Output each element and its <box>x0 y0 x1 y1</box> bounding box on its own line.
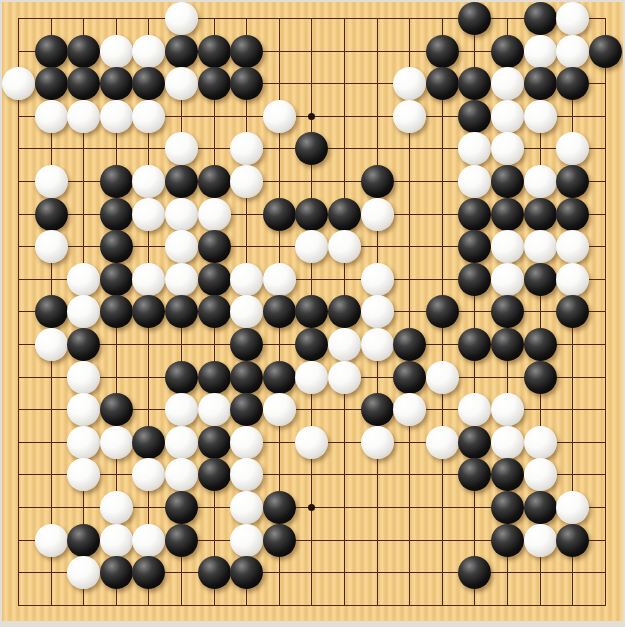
white-stone <box>67 426 100 459</box>
black-stone <box>491 524 524 557</box>
white-stone <box>35 328 68 361</box>
white-stone <box>361 263 394 296</box>
black-stone <box>524 2 557 35</box>
black-stone <box>556 198 589 231</box>
white-stone <box>328 328 361 361</box>
white-stone <box>165 263 198 296</box>
black-stone <box>100 198 133 231</box>
black-stone <box>100 230 133 263</box>
white-stone <box>491 230 524 263</box>
black-stone <box>230 35 263 68</box>
black-stone <box>524 361 557 394</box>
black-stone <box>67 328 100 361</box>
white-stone <box>556 2 589 35</box>
white-stone <box>165 393 198 426</box>
white-stone <box>328 361 361 394</box>
white-stone <box>35 100 68 133</box>
white-stone <box>35 165 68 198</box>
white-stone <box>426 426 459 459</box>
black-stone <box>198 263 231 296</box>
white-stone <box>132 198 165 231</box>
black-stone <box>132 426 165 459</box>
white-stone <box>230 165 263 198</box>
black-stone <box>198 67 231 100</box>
black-stone <box>524 263 557 296</box>
black-stone <box>198 230 231 263</box>
white-stone <box>524 35 557 68</box>
white-stone <box>263 100 296 133</box>
black-stone <box>35 67 68 100</box>
black-stone <box>165 491 198 524</box>
white-stone <box>524 165 557 198</box>
black-stone <box>198 458 231 491</box>
black-stone <box>458 198 491 231</box>
white-stone <box>67 361 100 394</box>
white-stone <box>524 458 557 491</box>
white-stone <box>198 393 231 426</box>
black-stone <box>100 263 133 296</box>
white-stone <box>35 524 68 557</box>
white-stone <box>100 491 133 524</box>
go-board-window <box>0 0 625 627</box>
black-stone <box>35 295 68 328</box>
black-stone <box>165 165 198 198</box>
white-stone <box>165 2 198 35</box>
white-stone <box>491 67 524 100</box>
white-stone <box>361 198 394 231</box>
black-stone <box>524 328 557 361</box>
black-stone <box>263 361 296 394</box>
black-stone <box>198 165 231 198</box>
black-stone <box>393 361 426 394</box>
black-stone <box>100 295 133 328</box>
black-stone <box>426 35 459 68</box>
white-stone <box>556 35 589 68</box>
white-stone <box>100 524 133 557</box>
white-stone <box>361 295 394 328</box>
black-stone <box>491 328 524 361</box>
white-stone <box>556 263 589 296</box>
white-stone <box>295 361 328 394</box>
white-stone <box>263 263 296 296</box>
white-stone <box>361 328 394 361</box>
black-stone <box>198 556 231 589</box>
black-stone <box>458 100 491 133</box>
white-stone <box>491 426 524 459</box>
black-stone <box>230 328 263 361</box>
black-stone <box>67 524 100 557</box>
white-stone <box>165 198 198 231</box>
black-stone <box>426 67 459 100</box>
black-stone <box>100 165 133 198</box>
black-stone <box>426 295 459 328</box>
black-stone <box>165 361 198 394</box>
white-stone <box>295 426 328 459</box>
black-stone <box>328 198 361 231</box>
black-stone <box>524 198 557 231</box>
black-stone <box>589 35 622 68</box>
white-stone <box>491 263 524 296</box>
black-stone <box>393 328 426 361</box>
white-stone <box>524 230 557 263</box>
black-stone <box>491 491 524 524</box>
black-stone <box>491 165 524 198</box>
white-stone <box>426 361 459 394</box>
black-stone <box>165 35 198 68</box>
white-stone <box>35 230 68 263</box>
black-stone <box>524 67 557 100</box>
black-stone <box>524 491 557 524</box>
black-stone <box>100 556 133 589</box>
go-board[interactable] <box>2 2 623 621</box>
black-stone <box>100 393 133 426</box>
white-stone <box>67 100 100 133</box>
black-stone <box>361 393 394 426</box>
white-stone <box>393 100 426 133</box>
white-stone <box>491 100 524 133</box>
black-stone <box>67 35 100 68</box>
black-stone <box>491 198 524 231</box>
black-stone <box>295 198 328 231</box>
white-stone <box>100 426 133 459</box>
white-stone <box>165 230 198 263</box>
black-stone <box>361 165 394 198</box>
black-stone <box>198 361 231 394</box>
white-stone <box>132 263 165 296</box>
white-stone <box>132 35 165 68</box>
black-stone <box>263 295 296 328</box>
white-stone <box>2 67 35 100</box>
white-stone <box>524 524 557 557</box>
black-stone <box>556 524 589 557</box>
white-stone <box>230 491 263 524</box>
black-stone <box>165 524 198 557</box>
black-stone <box>458 426 491 459</box>
white-stone <box>230 524 263 557</box>
black-stone <box>230 361 263 394</box>
white-stone <box>100 35 133 68</box>
white-stone <box>230 263 263 296</box>
black-stone <box>198 426 231 459</box>
white-stone <box>132 524 165 557</box>
white-stone <box>361 426 394 459</box>
white-stone <box>100 100 133 133</box>
black-stone <box>491 35 524 68</box>
black-stone <box>263 198 296 231</box>
white-stone <box>524 426 557 459</box>
black-stone <box>263 524 296 557</box>
white-stone <box>491 393 524 426</box>
white-stone <box>198 198 231 231</box>
white-stone <box>328 230 361 263</box>
white-stone <box>524 100 557 133</box>
black-stone <box>100 67 133 100</box>
black-stone <box>556 165 589 198</box>
black-stone <box>198 295 231 328</box>
black-stone <box>458 263 491 296</box>
black-stone <box>35 198 68 231</box>
white-stone <box>263 393 296 426</box>
white-stone <box>165 426 198 459</box>
black-stone <box>263 491 296 524</box>
white-stone <box>132 100 165 133</box>
white-stone <box>165 67 198 100</box>
white-stone <box>556 491 589 524</box>
white-stone <box>230 426 263 459</box>
white-stone <box>67 263 100 296</box>
black-stone <box>198 35 231 68</box>
black-stone <box>35 35 68 68</box>
